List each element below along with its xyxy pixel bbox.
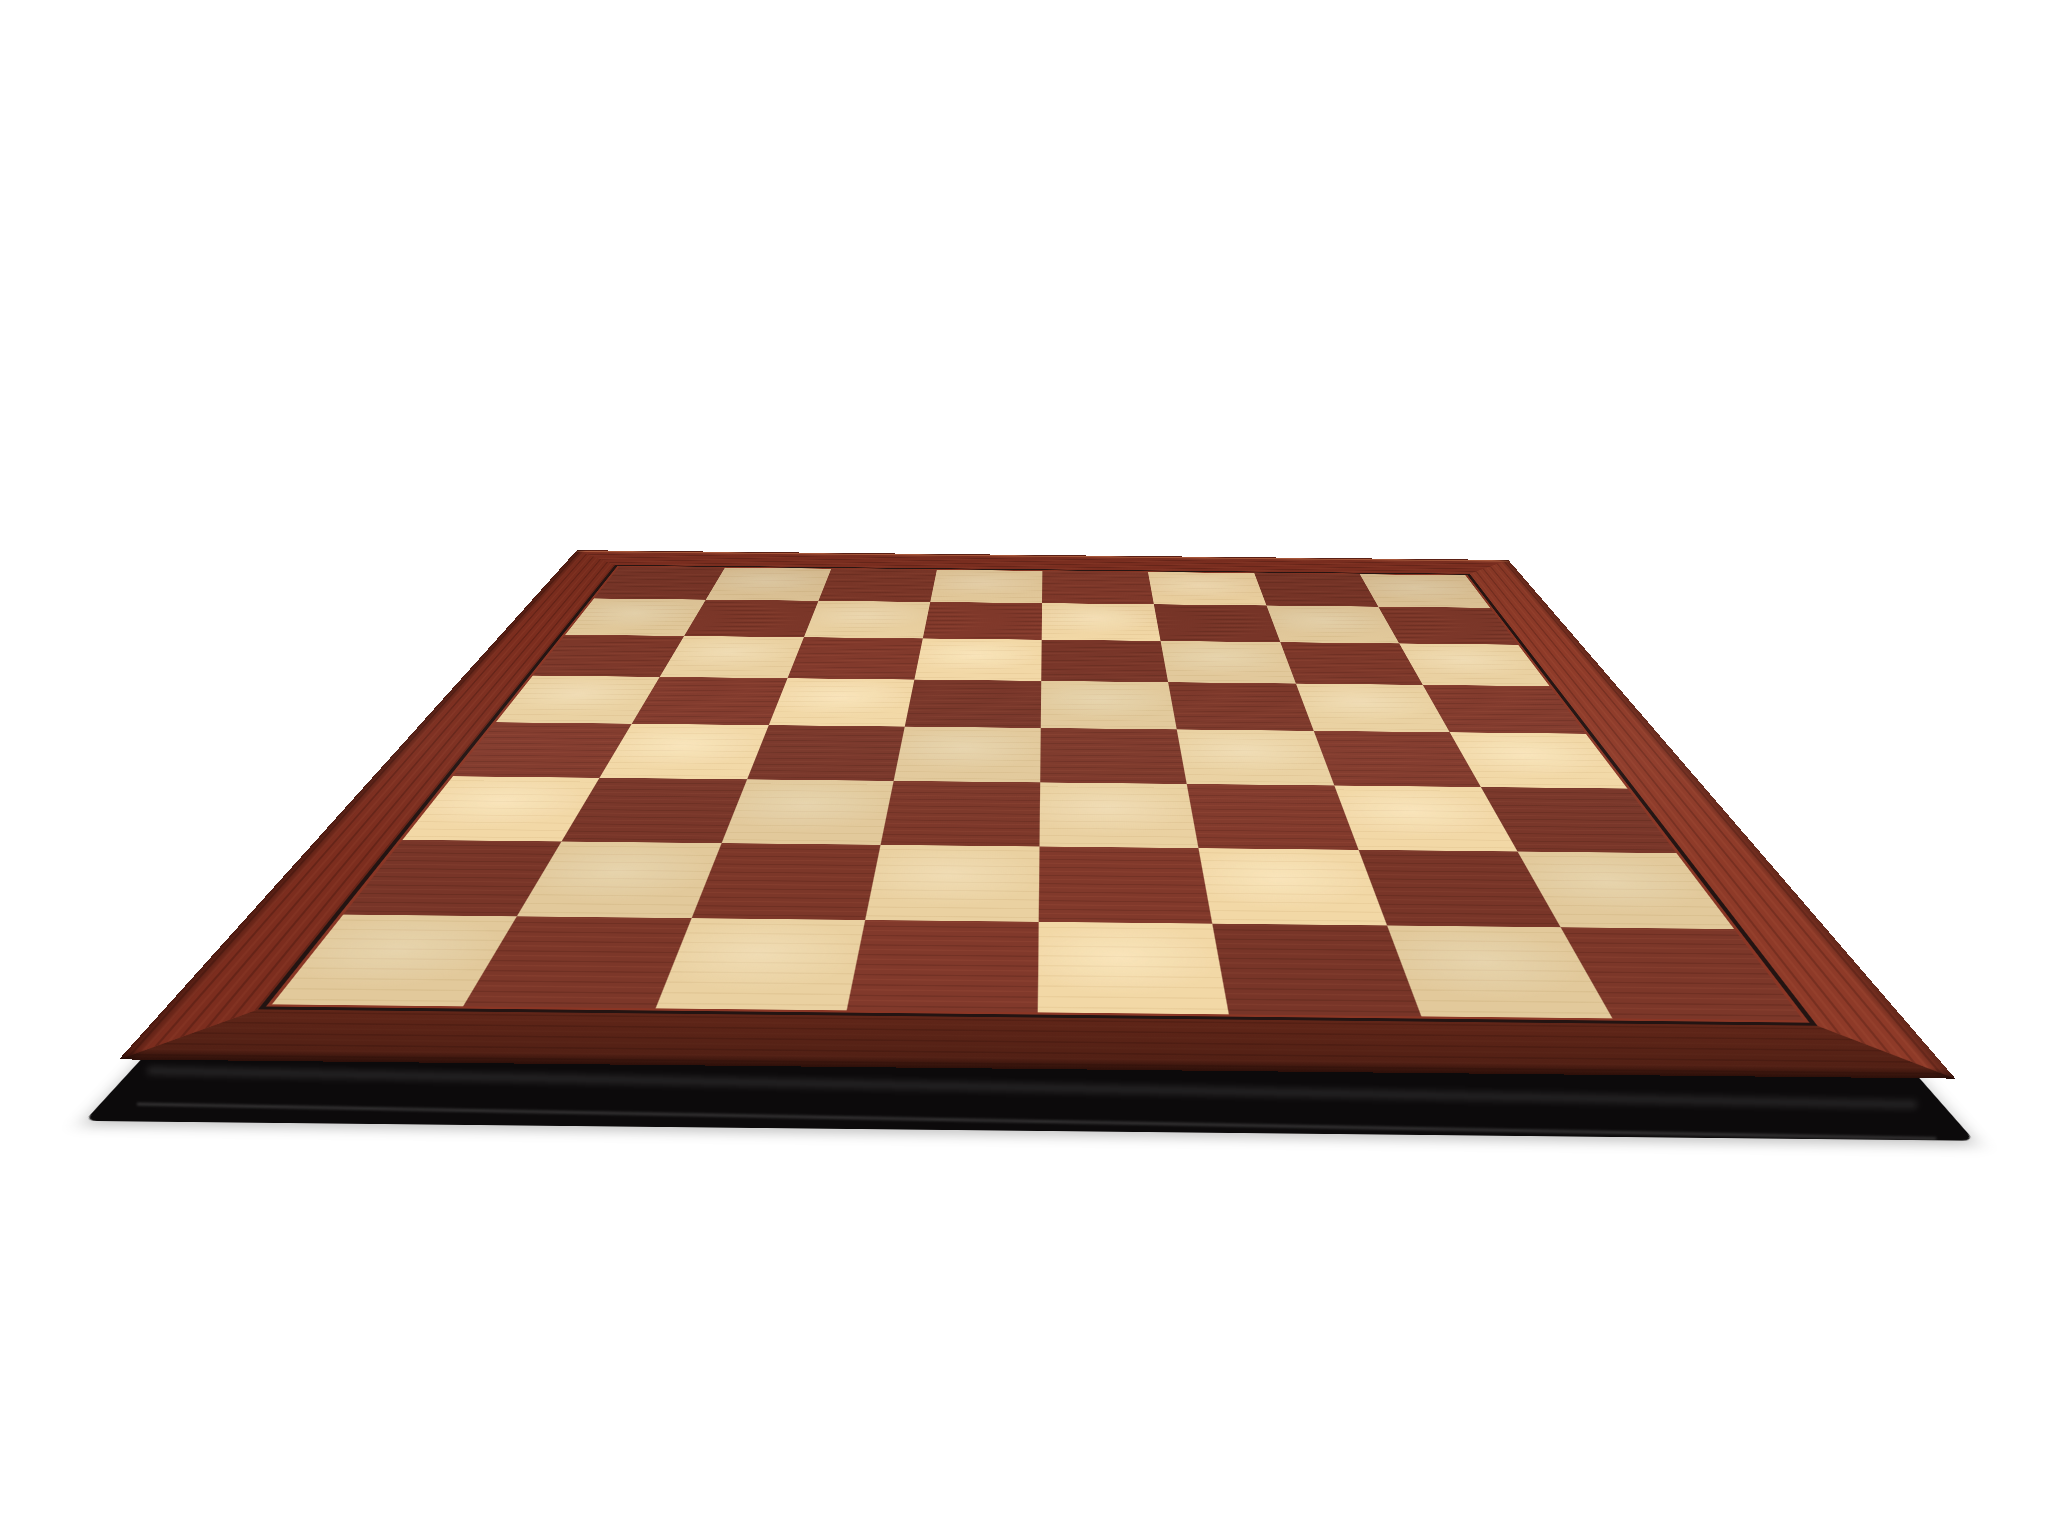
square-h7[interactable] (1378, 607, 1518, 645)
square-e6[interactable] (1041, 640, 1168, 683)
square-b8[interactable] (706, 568, 831, 601)
square-d4[interactable] (893, 727, 1040, 783)
square-f6[interactable] (1161, 641, 1296, 684)
square-c6[interactable] (787, 637, 923, 679)
square-c3[interactable] (721, 779, 893, 844)
square-d8[interactable] (930, 570, 1042, 603)
square-f8[interactable] (1148, 572, 1266, 606)
square-a6[interactable] (533, 635, 685, 677)
square-d3[interactable] (880, 781, 1040, 846)
square-a8[interactable] (594, 566, 725, 599)
square-e4[interactable] (1040, 728, 1187, 784)
square-e1[interactable] (1038, 922, 1229, 1015)
square-c5[interactable] (768, 678, 914, 726)
square-g7[interactable] (1266, 606, 1399, 644)
square-e7[interactable] (1042, 603, 1161, 641)
board-scene (0, 0, 2048, 1535)
square-d2[interactable] (865, 845, 1040, 922)
square-f1[interactable] (1213, 923, 1421, 1016)
square-e5[interactable] (1041, 681, 1177, 730)
square-d7[interactable] (923, 602, 1042, 640)
square-a7[interactable] (565, 599, 706, 636)
square-f5[interactable] (1168, 682, 1313, 731)
square-b7[interactable] (684, 600, 818, 637)
chess-board-surface (119, 550, 1955, 1078)
square-b6[interactable] (660, 636, 804, 678)
square-f7[interactable] (1154, 604, 1280, 642)
square-e2[interactable] (1039, 846, 1213, 923)
square-b5[interactable] (632, 677, 787, 725)
square-d5[interactable] (905, 679, 1042, 728)
square-d1[interactable] (846, 920, 1038, 1013)
square-h8[interactable] (1360, 574, 1490, 608)
inlay-border (258, 565, 1817, 1026)
square-d6[interactable] (914, 638, 1042, 680)
square-f4[interactable] (1177, 729, 1334, 785)
square-e3[interactable] (1040, 783, 1199, 848)
square-g8[interactable] (1254, 573, 1378, 607)
square-h6[interactable] (1399, 643, 1550, 686)
square-c4[interactable] (747, 725, 905, 781)
square-f3[interactable] (1187, 784, 1358, 850)
square-h5[interactable] (1422, 685, 1585, 734)
square-c2[interactable] (691, 843, 880, 920)
square-f2[interactable] (1199, 848, 1387, 925)
photo-stage (0, 0, 2048, 1535)
square-c8[interactable] (818, 569, 937, 602)
square-e8[interactable] (1042, 571, 1154, 604)
square-c7[interactable] (804, 601, 931, 638)
square-c1[interactable] (655, 918, 865, 1010)
